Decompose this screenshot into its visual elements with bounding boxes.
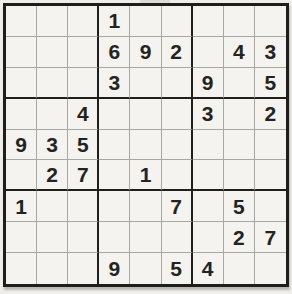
cell-r7c2[interactable] <box>37 191 68 222</box>
cell-r4c5[interactable] <box>130 99 161 130</box>
cell-r2c3[interactable] <box>68 37 99 68</box>
cell-r9c8[interactable] <box>224 253 255 284</box>
cell-r8c9[interactable]: 7 <box>255 222 286 253</box>
cell-r7c3[interactable] <box>68 191 99 222</box>
cell-r1c7[interactable] <box>193 6 224 37</box>
cell-r5c5[interactable] <box>130 130 161 161</box>
cell-r7c5[interactable] <box>130 191 161 222</box>
cell-r6c9[interactable] <box>255 160 286 191</box>
cell-r4c8[interactable] <box>224 99 255 130</box>
cell-r2c8[interactable]: 4 <box>224 37 255 68</box>
cell-r5c4[interactable] <box>99 130 130 161</box>
cell-r5c3[interactable]: 5 <box>68 130 99 161</box>
cell-r8c2[interactable] <box>37 222 68 253</box>
cell-r9c7[interactable]: 4 <box>193 253 224 284</box>
cell-r3c1[interactable] <box>6 68 37 99</box>
cell-r4c1[interactable] <box>6 99 37 130</box>
cell-r9c3[interactable] <box>68 253 99 284</box>
cell-r3c6[interactable] <box>162 68 193 99</box>
cell-r9c2[interactable] <box>37 253 68 284</box>
cell-r3c4[interactable]: 3 <box>99 68 130 99</box>
cell-r2c7[interactable] <box>193 37 224 68</box>
cell-r7c1[interactable]: 1 <box>6 191 37 222</box>
cell-r9c9[interactable] <box>255 253 286 284</box>
cell-r3c2[interactable] <box>37 68 68 99</box>
cell-r3c5[interactable] <box>130 68 161 99</box>
cell-r2c5[interactable]: 9 <box>130 37 161 68</box>
cell-r6c4[interactable] <box>99 160 130 191</box>
cell-r8c7[interactable] <box>193 222 224 253</box>
cell-r4c7[interactable]: 3 <box>193 99 224 130</box>
cell-r5c7[interactable] <box>193 130 224 161</box>
cell-r6c5[interactable]: 1 <box>130 160 161 191</box>
cell-r4c2[interactable] <box>37 99 68 130</box>
cell-r5c8[interactable] <box>224 130 255 161</box>
cell-r4c4[interactable] <box>99 99 130 130</box>
cell-r5c1[interactable]: 9 <box>6 130 37 161</box>
cell-r8c8[interactable]: 2 <box>224 222 255 253</box>
cell-r4c9[interactable]: 2 <box>255 99 286 130</box>
cell-r2c6[interactable]: 2 <box>162 37 193 68</box>
cell-r8c1[interactable] <box>6 222 37 253</box>
cell-r1c9[interactable] <box>255 6 286 37</box>
cell-r9c4[interactable]: 9 <box>99 253 130 284</box>
cell-r7c8[interactable]: 5 <box>224 191 255 222</box>
cell-r7c6[interactable]: 7 <box>162 191 193 222</box>
cell-r7c4[interactable] <box>99 191 130 222</box>
cell-r1c5[interactable] <box>130 6 161 37</box>
sudoku-grid: 16924339543293527117527954 <box>6 6 286 284</box>
cell-r2c2[interactable] <box>37 37 68 68</box>
cell-r1c6[interactable] <box>162 6 193 37</box>
sudoku-board: 16924339543293527117527954 <box>3 3 289 287</box>
cell-r8c3[interactable] <box>68 222 99 253</box>
cell-r1c3[interactable] <box>68 6 99 37</box>
cell-r4c3[interactable]: 4 <box>68 99 99 130</box>
cell-r5c9[interactable] <box>255 130 286 161</box>
cell-r4c6[interactable] <box>162 99 193 130</box>
cell-r9c1[interactable] <box>6 253 37 284</box>
cell-r1c8[interactable] <box>224 6 255 37</box>
cell-r6c1[interactable] <box>6 160 37 191</box>
cell-r1c1[interactable] <box>6 6 37 37</box>
cell-r8c6[interactable] <box>162 222 193 253</box>
cell-r6c7[interactable] <box>193 160 224 191</box>
cell-r6c8[interactable] <box>224 160 255 191</box>
cell-r7c9[interactable] <box>255 191 286 222</box>
cell-r3c7[interactable]: 9 <box>193 68 224 99</box>
cell-r9c6[interactable]: 5 <box>162 253 193 284</box>
cell-r7c7[interactable] <box>193 191 224 222</box>
cell-r3c3[interactable] <box>68 68 99 99</box>
cell-r6c2[interactable]: 2 <box>37 160 68 191</box>
cell-r3c9[interactable]: 5 <box>255 68 286 99</box>
cell-r9c5[interactable] <box>130 253 161 284</box>
cell-r3c8[interactable] <box>224 68 255 99</box>
cell-r1c2[interactable] <box>37 6 68 37</box>
cell-r5c2[interactable]: 3 <box>37 130 68 161</box>
cell-r1c4[interactable]: 1 <box>99 6 130 37</box>
cell-r2c4[interactable]: 6 <box>99 37 130 68</box>
cell-r8c4[interactable] <box>99 222 130 253</box>
cell-r2c9[interactable]: 3 <box>255 37 286 68</box>
cell-r6c6[interactable] <box>162 160 193 191</box>
cell-r5c6[interactable] <box>162 130 193 161</box>
cell-r2c1[interactable] <box>6 37 37 68</box>
cell-r6c3[interactable]: 7 <box>68 160 99 191</box>
cell-r8c5[interactable] <box>130 222 161 253</box>
